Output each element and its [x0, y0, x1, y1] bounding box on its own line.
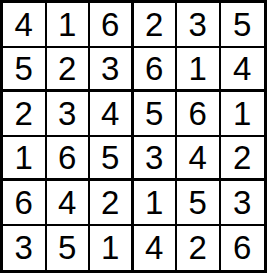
sudoku-cell-r5c2: 4 [47, 181, 91, 226]
sudoku-cell-r5c3: 2 [90, 181, 134, 226]
sudoku-cell-r3c6: 1 [221, 92, 265, 137]
sudoku-cell-r2c3: 3 [90, 48, 134, 93]
sudoku-cell-r1c2: 1 [47, 3, 91, 48]
sudoku-cell-r3c4: 5 [134, 92, 178, 137]
sudoku-cell-r1c1: 4 [3, 3, 47, 48]
sudoku-cell-r2c6: 4 [221, 48, 265, 93]
sudoku-cell-r3c1: 2 [3, 92, 47, 137]
sudoku-cell-r5c1: 6 [3, 181, 47, 226]
sudoku-cell-r4c1: 1 [3, 137, 47, 182]
sudoku-cell-r6c4: 4 [134, 226, 178, 271]
sudoku-cell-r4c3: 5 [90, 137, 134, 182]
sudoku-cell-r3c2: 3 [47, 92, 91, 137]
sudoku-cell-r4c5: 4 [177, 137, 221, 182]
sudoku-cell-r1c3: 6 [90, 3, 134, 48]
sudoku-cell-r3c5: 6 [177, 92, 221, 137]
sudoku-cell-r5c6: 3 [221, 181, 265, 226]
sudoku-cell-r6c1: 3 [3, 226, 47, 271]
sudoku-board: 416235523614234561165342642153351426 [0, 0, 267, 273]
sudoku-cell-r6c3: 1 [90, 226, 134, 271]
sudoku-cell-r6c6: 6 [221, 226, 265, 271]
sudoku-cell-r1c6: 5 [221, 3, 265, 48]
sudoku-cell-r2c1: 5 [3, 48, 47, 93]
sudoku-cell-r3c3: 4 [90, 92, 134, 137]
sudoku-cell-r1c4: 2 [134, 3, 178, 48]
sudoku-cell-r2c5: 1 [177, 48, 221, 93]
sudoku-cell-r6c2: 5 [47, 226, 91, 271]
sudoku-cell-r2c4: 6 [134, 48, 178, 93]
sudoku-cell-r4c2: 6 [47, 137, 91, 182]
sudoku-cell-r5c4: 1 [134, 181, 178, 226]
sudoku-cell-r2c2: 2 [47, 48, 91, 93]
sudoku-cell-r4c6: 2 [221, 137, 265, 182]
sudoku-cell-r6c5: 2 [177, 226, 221, 271]
sudoku-cell-r4c4: 3 [134, 137, 178, 182]
sudoku-cell-r1c5: 3 [177, 3, 221, 48]
sudoku-board-container: 416235523614234561165342642153351426 [0, 0, 267, 273]
sudoku-cell-r5c5: 5 [177, 181, 221, 226]
